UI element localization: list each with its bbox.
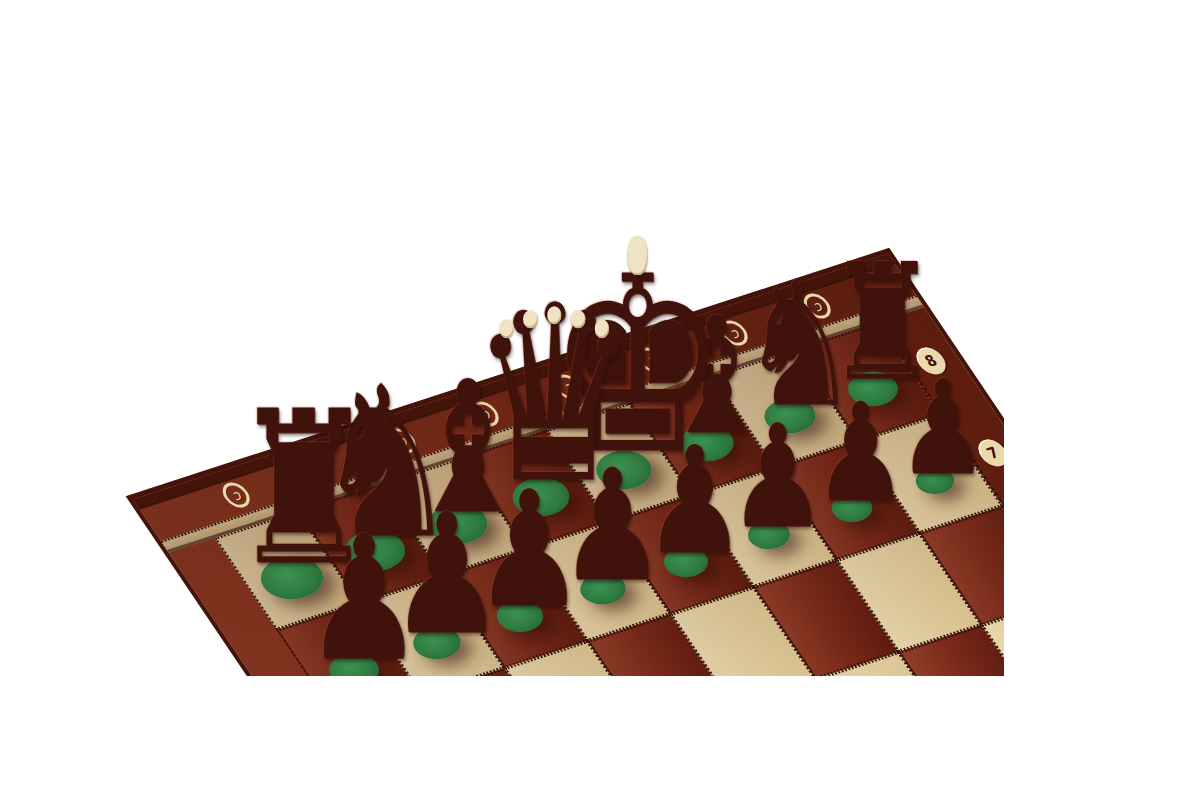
photo-area: ɔɔɔɔɔɔɔɔ 87 ♜♞♝♚♛♝♞♜♟♟♟♟♟♟♟♟ — [0, 0, 1004, 676]
queen-cream-crown-tip — [547, 306, 561, 324]
product-photo-canvas: { "game": "chess", "scene": "Overhead-an… — [0, 0, 1200, 800]
queen-cream-crown-tip — [499, 319, 513, 337]
piece-black-pawn-a7: ♟ — [247, 513, 481, 676]
queen-cream-crown-tip — [594, 319, 608, 337]
chessboard: ɔɔɔɔɔɔɔɔ 87 ♜♞♝♚♛♝♞♜♟♟♟♟♟♟♟♟ — [215, 322, 1005, 676]
queen-cream-crown-tip — [571, 309, 585, 327]
queen-cream-crown-tip — [523, 309, 537, 327]
pawn-glyph: ♟ — [247, 513, 481, 676]
pieces-layer: ♜♞♝♚♛♝♞♜♟♟♟♟♟♟♟♟ — [215, 322, 879, 538]
